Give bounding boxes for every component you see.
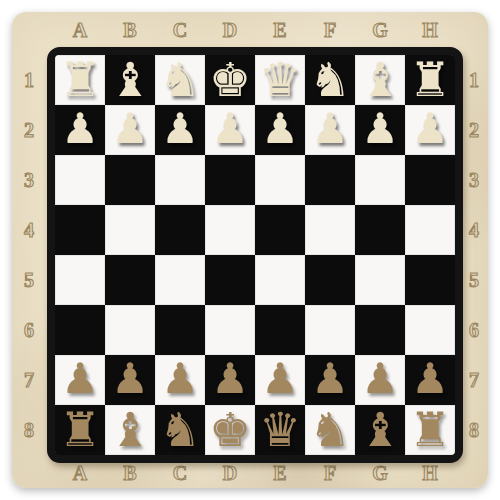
cream-pawn-c2[interactable]: ♟ xyxy=(161,108,199,150)
square-c1[interactable]: ♞ xyxy=(155,55,205,105)
cream-pawn-a2[interactable]: ♟ xyxy=(61,108,99,150)
square-b7[interactable]: ♟ xyxy=(105,355,155,405)
rank-label-right-6: 6 xyxy=(469,319,479,342)
file-label-bottom-a: A xyxy=(73,462,87,485)
square-e7[interactable]: ♟ xyxy=(255,355,305,405)
file-label-top-g: G xyxy=(372,19,388,42)
square-d1[interactable]: ♚ xyxy=(205,55,255,105)
square-d5[interactable] xyxy=(205,255,255,305)
square-a8[interactable]: ♜ xyxy=(55,405,105,455)
brown-pawn-e7[interactable]: ♟ xyxy=(261,358,299,400)
square-c4[interactable] xyxy=(155,205,205,255)
cream-king-d1[interactable]: ♚ xyxy=(209,56,251,103)
file-label-top-f: F xyxy=(324,19,336,42)
square-c7[interactable]: ♟ xyxy=(155,355,205,405)
square-g4[interactable] xyxy=(355,205,405,255)
square-c6[interactable] xyxy=(155,305,205,355)
square-a2[interactable]: ♟ xyxy=(55,105,105,155)
file-label-top-h: H xyxy=(422,19,438,42)
brown-pawn-a7[interactable]: ♟ xyxy=(61,358,99,400)
brown-pawn-c7[interactable]: ♟ xyxy=(161,358,199,400)
cream-pawn-f2[interactable]: ♟ xyxy=(311,108,349,150)
square-g7[interactable]: ♟ xyxy=(355,355,405,405)
square-a3[interactable] xyxy=(55,155,105,205)
cream-pawn-d2[interactable]: ♟ xyxy=(211,108,249,150)
square-f6[interactable] xyxy=(305,305,355,355)
brown-queen-e8[interactable]: ♛ xyxy=(259,406,301,453)
cream-rook-h1[interactable]: ♜ xyxy=(409,56,451,103)
square-h1[interactable]: ♜ xyxy=(405,55,455,105)
square-d8[interactable]: ♚ xyxy=(205,405,255,455)
brown-bishop-g8[interactable]: ♝ xyxy=(359,406,401,453)
brown-rook-h8[interactable]: ♜ xyxy=(409,406,451,453)
rank-label-left-4: 4 xyxy=(24,219,34,242)
cream-rook-a1[interactable]: ♜ xyxy=(59,56,101,103)
square-c2[interactable]: ♟ xyxy=(155,105,205,155)
rank-label-left-6: 6 xyxy=(24,319,34,342)
rank-label-left-7: 7 xyxy=(24,369,34,392)
file-label-bottom-e: E xyxy=(273,462,286,485)
square-g6[interactable] xyxy=(355,305,405,355)
square-e5[interactable] xyxy=(255,255,305,305)
rank-label-right-2: 2 xyxy=(469,119,479,142)
file-label-top-b: B xyxy=(123,19,136,42)
square-a1[interactable]: ♜ xyxy=(55,55,105,105)
rank-label-left-3: 3 xyxy=(24,169,34,192)
rank-label-left-2: 2 xyxy=(24,119,34,142)
square-f1[interactable]: ♞ xyxy=(305,55,355,105)
square-f7[interactable]: ♟ xyxy=(305,355,355,405)
square-b3[interactable] xyxy=(105,155,155,205)
cream-pawn-h2[interactable]: ♟ xyxy=(411,108,449,150)
rank-label-right-5: 5 xyxy=(469,269,479,292)
square-e2[interactable]: ♟ xyxy=(255,105,305,155)
square-f2[interactable]: ♟ xyxy=(305,105,355,155)
cream-bishop-b1[interactable]: ♝ xyxy=(109,56,151,103)
rank-label-right-7: 7 xyxy=(469,369,479,392)
file-label-top-a: A xyxy=(73,19,87,42)
brown-king-d8[interactable]: ♚ xyxy=(209,406,251,453)
rank-label-left-1: 1 xyxy=(24,69,34,92)
file-label-bottom-b: B xyxy=(123,462,136,485)
square-f5[interactable] xyxy=(305,255,355,305)
square-h2[interactable]: ♟ xyxy=(405,105,455,155)
brown-bishop-b8[interactable]: ♝ xyxy=(109,406,151,453)
rank-label-right-1: 1 xyxy=(469,69,479,92)
square-h3[interactable] xyxy=(405,155,455,205)
square-g2[interactable]: ♟ xyxy=(355,105,405,155)
square-b1[interactable]: ♝ xyxy=(105,55,155,105)
brown-pawn-d7[interactable]: ♟ xyxy=(211,358,249,400)
square-b8[interactable]: ♝ xyxy=(105,405,155,455)
rank-label-left-5: 5 xyxy=(24,269,34,292)
file-label-top-d: D xyxy=(223,19,237,42)
file-label-bottom-d: D xyxy=(223,462,237,485)
rank-label-right-4: 4 xyxy=(469,219,479,242)
square-c3[interactable] xyxy=(155,155,205,205)
square-h8[interactable]: ♜ xyxy=(405,405,455,455)
square-e4[interactable] xyxy=(255,205,305,255)
brown-pawn-f7[interactable]: ♟ xyxy=(311,358,349,400)
chess-wall-board: AA11BB22CC33DD44EE55FF66GG77HH88 ♜♝♞♚♛♞♝… xyxy=(0,0,500,500)
rank-label-right-8: 8 xyxy=(469,419,479,442)
square-f3[interactable] xyxy=(305,155,355,205)
square-a6[interactable] xyxy=(55,305,105,355)
square-d7[interactable]: ♟ xyxy=(205,355,255,405)
square-f4[interactable] xyxy=(305,205,355,255)
file-label-bottom-h: H xyxy=(422,462,438,485)
file-label-top-e: E xyxy=(273,19,286,42)
cream-pawn-g2[interactable]: ♟ xyxy=(361,108,399,150)
cream-knight-f1[interactable]: ♞ xyxy=(309,56,351,103)
square-g8[interactable]: ♝ xyxy=(355,405,405,455)
square-b6[interactable] xyxy=(105,305,155,355)
rank-label-left-8: 8 xyxy=(24,419,34,442)
square-d3[interactable] xyxy=(205,155,255,205)
square-g1[interactable]: ♝ xyxy=(355,55,405,105)
square-a4[interactable] xyxy=(55,205,105,255)
square-h7[interactable]: ♟ xyxy=(405,355,455,405)
brown-knight-c8[interactable]: ♞ xyxy=(159,406,201,453)
brown-pawn-h7[interactable]: ♟ xyxy=(411,358,449,400)
file-label-bottom-g: G xyxy=(372,462,388,485)
chess-board-grid: ♜♝♞♚♛♞♝♜♟♟♟♟♟♟♟♟♟♟♟♟♟♟♟♟♜♝♞♚♛♞♝♜ xyxy=(55,55,455,455)
square-c5[interactable] xyxy=(155,255,205,305)
square-g3[interactable] xyxy=(355,155,405,205)
cream-knight-c1[interactable]: ♞ xyxy=(159,56,201,103)
square-e3[interactable] xyxy=(255,155,305,205)
square-b2[interactable]: ♟ xyxy=(105,105,155,155)
square-h4[interactable] xyxy=(405,205,455,255)
square-e8[interactable]: ♛ xyxy=(255,405,305,455)
square-h6[interactable] xyxy=(405,305,455,355)
brown-pawn-b7[interactable]: ♟ xyxy=(111,358,149,400)
brown-knight-f8[interactable]: ♞ xyxy=(309,406,351,453)
square-d6[interactable] xyxy=(205,305,255,355)
square-c8[interactable]: ♞ xyxy=(155,405,205,455)
square-b5[interactable] xyxy=(105,255,155,305)
file-label-top-c: C xyxy=(173,19,187,42)
brown-rook-a8[interactable]: ♜ xyxy=(59,406,101,453)
cream-bishop-g1[interactable]: ♝ xyxy=(359,56,401,103)
square-g5[interactable] xyxy=(355,255,405,305)
square-b4[interactable] xyxy=(105,205,155,255)
rank-label-right-3: 3 xyxy=(469,169,479,192)
square-e1[interactable]: ♛ xyxy=(255,55,305,105)
file-label-bottom-c: C xyxy=(173,462,187,485)
board-border: ♜♝♞♚♛♞♝♜♟♟♟♟♟♟♟♟♟♟♟♟♟♟♟♟♜♝♞♚♛♞♝♜ xyxy=(47,47,463,463)
file-label-bottom-f: F xyxy=(324,462,336,485)
square-a5[interactable] xyxy=(55,255,105,305)
square-f8[interactable]: ♞ xyxy=(305,405,355,455)
cream-pawn-b2[interactable]: ♟ xyxy=(111,108,149,150)
brown-pawn-g7[interactable]: ♟ xyxy=(361,358,399,400)
square-h5[interactable] xyxy=(405,255,455,305)
square-d2[interactable]: ♟ xyxy=(205,105,255,155)
cream-queen-e1[interactable]: ♛ xyxy=(259,56,301,103)
square-e6[interactable] xyxy=(255,305,305,355)
square-a7[interactable]: ♟ xyxy=(55,355,105,405)
square-d4[interactable] xyxy=(205,205,255,255)
cream-pawn-e2[interactable]: ♟ xyxy=(261,108,299,150)
